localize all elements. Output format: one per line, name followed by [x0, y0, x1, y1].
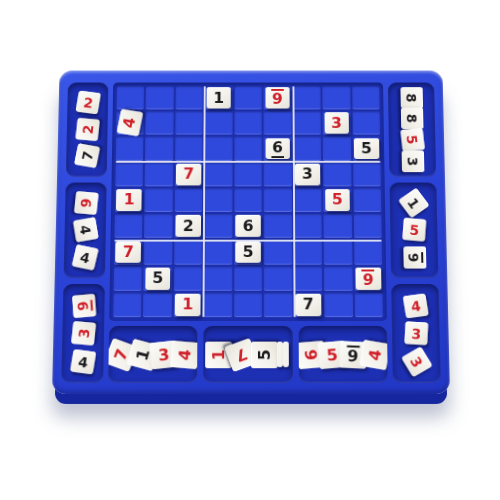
tile-digit: 1: [181, 297, 194, 313]
cell-r6c9[interactable]: [353, 214, 381, 238]
cell-r6c7[interactable]: [294, 214, 322, 238]
cell-r5c5[interactable]: [234, 188, 262, 212]
right-tray-tile-1-2-8[interactable]: 8: [400, 108, 423, 129]
cell-r3c9[interactable]: 5: [352, 137, 380, 161]
cell-r6c2[interactable]: [144, 214, 172, 238]
board-tile-r6c5-6[interactable]: 6: [235, 215, 260, 237]
tile-digit: 6: [242, 218, 255, 233]
cell-r1c2[interactable]: [146, 86, 174, 109]
bottom-tray-compartment-1: 7134: [108, 326, 198, 383]
tile-digit: 3: [406, 156, 420, 167]
tile-digit: 9: [406, 252, 423, 263]
bottom-tray-tile-1-4-4[interactable]: 4: [170, 340, 198, 369]
left-tray-tile-1-2-2[interactable]: 2: [75, 118, 100, 141]
cell-r6c3[interactable]: 2: [174, 214, 202, 238]
tile-digit: 3: [156, 346, 171, 363]
cell-r3c6[interactable]: 6: [264, 137, 292, 161]
tile-tray-right: 8853159433: [388, 83, 441, 384]
cell-r8c9[interactable]: 9: [354, 266, 382, 290]
tile-digit: 1: [122, 192, 135, 207]
cell-r6c1[interactable]: [115, 214, 143, 238]
cell-r8c2[interactable]: 5: [144, 266, 172, 290]
left-tray-compartment-2: 644: [64, 182, 107, 278]
left-tray-compartment-3: 934: [61, 284, 105, 383]
tile-digit: 7: [182, 167, 195, 182]
cell-r3c8[interactable]: [323, 137, 351, 161]
tile-digit: 8: [404, 92, 418, 103]
cell-r8c4[interactable]: [204, 266, 232, 290]
cell-r1c8[interactable]: [322, 86, 350, 109]
board-tile-r1c6-9[interactable]: 9: [265, 87, 290, 108]
tile-digit: 6: [78, 197, 93, 209]
tile-tray-bottom: 71341756594: [108, 326, 388, 383]
cell-r2c3[interactable]: [175, 111, 203, 135]
cell-r9c2[interactable]: [143, 293, 171, 318]
right-tray-tile-1-4-3[interactable]: 3: [401, 150, 424, 172]
right-tray-tile-3-3-3[interactable]: 3: [401, 346, 432, 377]
right-tray-compartment-3: 433: [391, 284, 441, 383]
cell-r8c8[interactable]: [324, 266, 352, 290]
cell-r7c6[interactable]: [264, 240, 292, 264]
cell-r5c3[interactable]: [175, 188, 203, 212]
cell-r7c9[interactable]: [354, 240, 382, 264]
bottom-tray-tile-2-5-blank[interactable]: [283, 342, 289, 368]
cell-r1c9[interactable]: [352, 86, 380, 109]
cell-r5c9[interactable]: [353, 188, 381, 212]
tile-digit: 7: [302, 297, 315, 313]
tile-digit: 5: [331, 192, 344, 207]
board-tile-r3c9-5[interactable]: 5: [354, 138, 379, 159]
cell-r3c5[interactable]: [234, 137, 262, 161]
tile-digit: 2: [182, 218, 195, 233]
left-tray-tile-3-3-4[interactable]: 4: [69, 349, 95, 375]
tile-digit: 4: [121, 116, 139, 131]
cell-r7c1[interactable]: 7: [114, 240, 142, 264]
tile-digit: 9: [362, 269, 375, 287]
cell-r2c8[interactable]: 3: [323, 111, 351, 135]
bottom-tray-tile-2-4-blank[interactable]: [277, 342, 283, 368]
tile-digit: 5: [325, 346, 340, 363]
right-tray-tile-1-1-8[interactable]: 8: [400, 87, 423, 108]
tile-digit: 3: [330, 116, 343, 131]
board-tile-r5c8-5[interactable]: 5: [325, 189, 350, 211]
left-tray-tile-2-1-6[interactable]: 6: [73, 191, 98, 215]
cell-r9c7[interactable]: 7: [294, 293, 322, 318]
cell-r4c2[interactable]: [145, 162, 173, 186]
cell-r6c5[interactable]: 6: [234, 214, 262, 238]
right-tray-compartment-1: 8853: [388, 83, 436, 177]
cell-r5c8[interactable]: 5: [323, 188, 351, 212]
cell-r1c6[interactable]: 9: [264, 86, 292, 109]
tile-digit: 8: [405, 113, 419, 124]
cell-r4c3[interactable]: 7: [175, 162, 203, 186]
cell-r7c7[interactable]: [294, 240, 322, 264]
board-tile-r8c2-5[interactable]: 5: [145, 267, 170, 289]
board-tile-r3c6-6[interactable]: 6: [265, 138, 290, 159]
cell-r2c2[interactable]: [146, 111, 174, 135]
cell-r3c7[interactable]: [293, 137, 321, 161]
tile-digit: 9: [347, 345, 361, 364]
left-tray-tile-3-1-9[interactable]: 9: [72, 294, 96, 318]
tile-digit: 7: [122, 244, 135, 259]
tile-digit: 1: [212, 90, 225, 105]
cell-r7c4[interactable]: [204, 240, 232, 264]
cell-r4c1[interactable]: [115, 162, 143, 186]
tile-digit: 7: [233, 345, 251, 364]
cell-r1c1[interactable]: [117, 86, 145, 109]
cell-r6c6[interactable]: [264, 214, 292, 238]
cell-r8c1[interactable]: [114, 266, 142, 290]
cell-r9c3[interactable]: 1: [174, 293, 202, 318]
bottom-tray-tile-3-4-4[interactable]: 4: [359, 339, 388, 370]
cell-r8c6[interactable]: [264, 266, 292, 290]
tile-digit: 4: [76, 354, 90, 369]
cell-r4c5[interactable]: [234, 162, 262, 186]
bottom-tray-compartment-3: 6594: [298, 326, 388, 383]
right-tray-tile-3-2-3[interactable]: 3: [404, 321, 428, 345]
right-tray-tile-2-3-9[interactable]: 9: [403, 246, 426, 268]
cell-r9c6[interactable]: [264, 293, 292, 318]
cell-r9c5[interactable]: [234, 293, 262, 318]
board-tile-r6c3-2[interactable]: 2: [176, 215, 201, 237]
cell-r8c7[interactable]: [294, 266, 322, 290]
board-tile-r7c5-5[interactable]: 5: [235, 241, 260, 263]
board-tile-r7c1-7[interactable]: 7: [116, 241, 141, 263]
right-tray-tile-2-1-1[interactable]: 1: [398, 188, 429, 218]
tile-digit: 4: [78, 223, 93, 236]
cell-r7c8[interactable]: [324, 240, 352, 264]
cell-r9c4[interactable]: [204, 293, 232, 318]
cell-r2c9[interactable]: [352, 111, 380, 135]
cell-r8c3[interactable]: [174, 266, 202, 290]
tile-digit: 3: [301, 167, 314, 182]
cell-r6c8[interactable]: [324, 214, 352, 238]
right-tray-tile-1-3-5[interactable]: 5: [400, 128, 425, 151]
tile-digit: 4: [176, 347, 193, 361]
left-tray-compartment-1: 227: [66, 83, 109, 177]
tile-digit: 3: [76, 327, 91, 340]
tile-digit: 3: [410, 326, 422, 340]
cell-r1c7[interactable]: [293, 86, 321, 109]
board-tile-r4c3-7[interactable]: 7: [176, 164, 201, 185]
tile-digit: 2: [80, 123, 95, 135]
cell-r3c3[interactable]: [175, 137, 203, 161]
cell-r2c1[interactable]: 4: [116, 111, 144, 135]
right-tray-tile-3-1-4[interactable]: 4: [402, 293, 428, 318]
tile-tray-left: 227644934: [61, 83, 108, 384]
cell-r5c6[interactable]: [264, 188, 292, 212]
cell-r5c4[interactable]: [204, 188, 232, 212]
tile-digit: 9: [271, 89, 284, 107]
cell-r9c9[interactable]: [354, 293, 382, 318]
cell-r3c2[interactable]: [145, 137, 173, 161]
cell-r2c4[interactable]: [205, 111, 233, 135]
board-tile-r4c7-3[interactable]: 3: [295, 164, 320, 185]
tile-digit: 4: [77, 250, 91, 266]
tile-digit: 9: [75, 299, 93, 312]
cell-r4c9[interactable]: [353, 162, 381, 186]
tile-digit: 5: [151, 271, 164, 286]
tile-digit: 6: [271, 140, 284, 158]
cell-r1c4[interactable]: 1: [205, 86, 233, 109]
left-tray-tile-3-2-3[interactable]: 3: [71, 321, 96, 345]
cell-r7c2[interactable]: [144, 240, 172, 264]
board-tile-r5c1-1[interactable]: 1: [116, 189, 141, 211]
left-tray-tile-1-1-2[interactable]: 2: [75, 91, 100, 115]
page-background: { "game": "Sudoku (plastic tile board ga…: [0, 0, 500, 500]
cell-r7c3[interactable]: [174, 240, 202, 264]
tile-digit: 2: [81, 96, 94, 110]
tile-digit: 5: [360, 141, 373, 156]
tile-digit: 5: [257, 348, 273, 361]
cell-r1c5[interactable]: [234, 86, 262, 109]
cell-r1c3[interactable]: [175, 86, 203, 109]
board-tile-r1c4-1[interactable]: 1: [206, 87, 231, 108]
cell-r5c7[interactable]: [294, 188, 322, 212]
sudoku-board: 227644934 194365731526755917 8853159433 …: [52, 71, 450, 394]
cell-r5c2[interactable]: [145, 188, 173, 212]
cell-r3c1[interactable]: [116, 137, 144, 161]
left-tray-tile-2-3-4[interactable]: 4: [71, 244, 98, 270]
tile-digit: 5: [405, 134, 420, 146]
board-tile-r2c8-3[interactable]: 3: [324, 113, 349, 134]
right-tray-tile-2-2-5[interactable]: 5: [402, 218, 426, 242]
cell-r2c7[interactable]: [293, 111, 321, 135]
cell-r9c8[interactable]: [324, 293, 352, 318]
board-interior: 227644934 194365731526755917 8853159433 …: [52, 71, 450, 394]
sudoku-grid-area: 194365731526755917: [109, 83, 387, 321]
tile-digit: 5: [242, 244, 255, 259]
cell-r4c6[interactable]: [264, 162, 292, 186]
left-tray-tile-2-2-4[interactable]: 4: [72, 217, 98, 242]
cell-r3c4[interactable]: [205, 137, 233, 161]
cell-r4c7[interactable]: 3: [293, 162, 321, 186]
board-tile-r9c3-1[interactable]: 1: [175, 294, 200, 316]
cell-r8c5[interactable]: [234, 266, 262, 290]
cell-r5c1[interactable]: 1: [115, 188, 143, 212]
cell-r9c1[interactable]: [113, 293, 141, 318]
tile-digit: 1: [210, 348, 226, 361]
tile-digit: 7: [79, 149, 95, 162]
tile-digit: 4: [366, 347, 384, 362]
sudoku-grid: 194365731526755917: [109, 83, 387, 321]
board-tile-r2c1-4[interactable]: 4: [117, 110, 143, 137]
board-tile-r9c7-7[interactable]: 7: [296, 294, 321, 316]
tile-digit: 4: [408, 298, 422, 313]
tile-digit: 5: [408, 223, 420, 237]
bottom-tray-compartment-2: 175: [203, 326, 292, 383]
cell-r4c4[interactable]: [204, 162, 232, 186]
cell-r2c6[interactable]: [264, 111, 292, 135]
cell-r7c5[interactable]: 5: [234, 240, 262, 264]
board-tile-r8c9-9[interactable]: 9: [355, 267, 381, 289]
tile-digit: 3: [407, 353, 425, 370]
cell-r6c4[interactable]: [204, 214, 232, 238]
bottom-tray-tile-2-3-5[interactable]: 5: [251, 341, 278, 368]
cell-r4c8[interactable]: [323, 162, 351, 186]
right-tray-compartment-2: 159: [389, 182, 438, 278]
tile-digit: 1: [404, 195, 422, 212]
cell-r2c5[interactable]: [234, 111, 262, 135]
left-tray-tile-1-3-7[interactable]: 7: [74, 143, 100, 168]
